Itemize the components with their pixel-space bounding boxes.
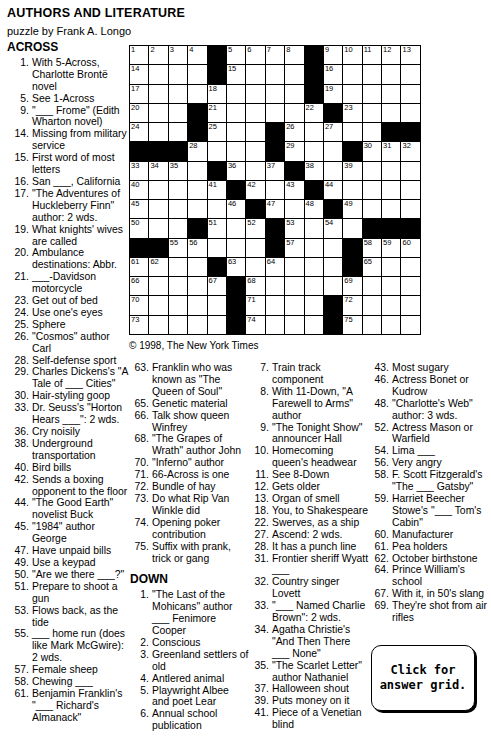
- across-clue-list-1: 1.With 5-Across, Charlotte Brontë novel5…: [7, 57, 128, 724]
- black-cell: [305, 46, 324, 65]
- black-cell: [227, 181, 246, 200]
- clue-number: 8.: [250, 386, 272, 422]
- clue-text: Opening poker contribution: [152, 517, 249, 541]
- clue-number: 9.: [7, 105, 32, 129]
- grid-cell: [401, 296, 420, 315]
- cell-number: 17: [131, 85, 139, 93]
- grid-cell: [266, 104, 285, 123]
- grid-cell: [382, 277, 401, 296]
- clue-text: With 11-Down, "A Farewell to Arms" autho…: [272, 386, 370, 422]
- cell-number: 35: [170, 162, 178, 170]
- black-cell: [324, 200, 343, 219]
- grid-cell: 15: [227, 65, 246, 84]
- clue-text: Swerves, as a ship: [272, 517, 370, 529]
- black-cell: [130, 239, 149, 258]
- clue-number: 65.: [130, 398, 152, 410]
- clue-text: F. Scott Fitzgerald's "The ___ Gatsby": [392, 469, 489, 493]
- grid-cell: 63: [227, 258, 246, 277]
- clue-text: Gets older: [272, 481, 370, 493]
- cell-number: 16: [325, 65, 333, 73]
- grid-cell: 22: [305, 104, 324, 123]
- clue-item: 9."The Tonight Show" announcer Hall: [250, 422, 370, 446]
- grid-cell: 45: [130, 200, 149, 219]
- clue-text: With it, in 50's slang: [392, 588, 489, 600]
- cell-number: 1: [131, 46, 135, 54]
- grid-cell: 51: [208, 219, 227, 238]
- grid-cell: [188, 258, 207, 277]
- across-clues-column-2: 63.Franklin who was known as "The Queen …: [130, 362, 249, 732]
- grid-cell: [401, 104, 420, 123]
- clue-text: Female sheep: [32, 664, 128, 676]
- grid-cell: [169, 277, 188, 296]
- cell-number: 49: [344, 200, 352, 208]
- grid-cell: [401, 162, 420, 181]
- clue-text: Piece of a Venetian blind: [272, 707, 370, 731]
- clue-item: 55.___ home run (does like Mark McGwire)…: [7, 628, 128, 664]
- clue-number: 41.: [250, 707, 272, 731]
- grid-cell: [169, 219, 188, 238]
- clue-item: 40.Bird bills: [7, 462, 128, 474]
- grid-cell: [188, 181, 207, 200]
- cell-number: 75: [344, 316, 352, 324]
- clue-text: Actress Bonet or Kudrow: [392, 374, 489, 398]
- cell-number: 14: [131, 65, 139, 73]
- grid-cell: 75: [343, 316, 362, 335]
- cell-number: 55: [170, 239, 178, 247]
- grid-cell: [149, 277, 168, 296]
- clue-item: 61.Benjamin Franklin's "___ Richard's Al…: [7, 688, 128, 724]
- grid-cell: [149, 296, 168, 315]
- grid-cell: 42: [246, 181, 265, 200]
- cell-number: 22: [306, 104, 314, 112]
- grid-cell: 43: [285, 181, 304, 200]
- clue-number: 22.: [250, 517, 272, 529]
- black-cell: [266, 123, 285, 142]
- grid-cell: 9: [324, 46, 343, 65]
- grid-cell: [227, 142, 246, 161]
- clue-number: 53.: [7, 605, 32, 629]
- clue-text: "1984" author George: [32, 521, 128, 545]
- cell-number: 7: [267, 46, 271, 54]
- clue-text: ___-Davidson motorcycle: [32, 271, 128, 295]
- grid-cell: 37: [266, 162, 285, 181]
- clue-text: Genetic material: [152, 398, 249, 410]
- grid-cell: [363, 85, 382, 104]
- clue-number: 36.: [7, 426, 32, 438]
- grid-cell: 25: [208, 123, 227, 142]
- grid-cell: 61: [130, 258, 149, 277]
- clue-number: 73.: [130, 493, 152, 517]
- grid-cell: 21: [208, 104, 227, 123]
- clue-number: 55.: [7, 628, 32, 664]
- clue-text: Organ of smell: [272, 493, 370, 505]
- grid-cell: 50: [130, 219, 149, 238]
- grid-cell: 20: [130, 104, 149, 123]
- grid-cell: [285, 104, 304, 123]
- cell-number: 27: [325, 123, 333, 131]
- clue-text: Suffix with prank, trick or gang: [152, 541, 249, 565]
- clue-number: 46.: [370, 374, 392, 398]
- black-cell: [266, 239, 285, 258]
- black-cell: [401, 123, 420, 142]
- grid-cell: [382, 85, 401, 104]
- clue-number: 34.: [250, 624, 272, 660]
- black-cell: [246, 200, 265, 219]
- crossword-grid: 1234567891011121314151617181920212223242…: [129, 45, 421, 335]
- down-clue-list-3: 43.Most sugary46.Actress Bonet or Kudrow…: [370, 362, 489, 624]
- clue-number: 58.: [7, 676, 32, 688]
- clue-number: 74.: [130, 517, 152, 541]
- grid-cell: [401, 200, 420, 219]
- clue-item: 29.Charles Dickens's "A Tale of ___ Citi…: [7, 366, 128, 390]
- clue-item: 35."The Scarlet Letter" author Nathaniel: [250, 660, 370, 684]
- clue-number: 71.: [130, 469, 152, 481]
- clue-number: 57.: [7, 664, 32, 676]
- black-cell: [227, 296, 246, 315]
- cell-number: 18: [209, 85, 217, 93]
- cell-number: 8: [286, 46, 290, 54]
- down-clues-column-2: 7.Train track component8.With 11-Down, "…: [250, 362, 370, 731]
- grid-cell: 70: [130, 296, 149, 315]
- clue-number: 35.: [250, 660, 272, 684]
- clue-text: "Are we there ___?": [32, 569, 128, 581]
- clue-item: 53.Flows back, as the tide: [7, 605, 128, 629]
- black-cell: [227, 316, 246, 335]
- clue-text: What knights' wives are called: [32, 224, 128, 248]
- clue-number: 56.: [370, 457, 392, 469]
- black-cell: [208, 258, 227, 277]
- clue-item: 33.Dr. Seuss's "Horton Hears ___": 2 wds…: [7, 402, 128, 426]
- cell-number: 11: [364, 46, 372, 54]
- clue-number: 12.: [250, 481, 272, 493]
- clue-item: 7.Train track component: [250, 362, 370, 386]
- clue-number: 40.: [7, 462, 32, 474]
- grid-cell: 5: [227, 46, 246, 65]
- cell-number: 43: [286, 181, 294, 189]
- grid-cell: 58: [363, 239, 382, 258]
- cell-number: 41: [209, 181, 217, 189]
- clue-number: 66.: [130, 410, 152, 434]
- clue-text: "The Good Earth" novelist Buck: [32, 497, 128, 521]
- clue-item: 25.Sphere: [7, 319, 128, 331]
- black-cell: [343, 258, 362, 277]
- grid-cell: [305, 239, 324, 258]
- grid-cell: [363, 296, 382, 315]
- grid-cell: [382, 258, 401, 277]
- answer-grid-button[interactable]: Click for answer grid.: [371, 645, 475, 711]
- grid-cell: 3: [169, 46, 188, 65]
- black-cell: [305, 65, 324, 84]
- clue-number: 5.: [7, 93, 32, 105]
- grid-cell: [324, 162, 343, 181]
- grid-cell: [169, 200, 188, 219]
- grid-cell: [227, 85, 246, 104]
- clue-number: 16.: [7, 176, 32, 188]
- clue-item: 73.Do what Rip Van Winkle did: [130, 493, 249, 517]
- grid-cell: [305, 142, 324, 161]
- clue-number: 52.: [370, 422, 392, 446]
- clue-item: 56.Very angry: [370, 457, 489, 469]
- cell-number: 47: [267, 200, 275, 208]
- grid-cell: [285, 258, 304, 277]
- clue-text: Playwright Albee and poet Lear: [152, 685, 249, 709]
- clue-number: 23.: [7, 295, 32, 307]
- clue-text: Prince William's school: [392, 564, 489, 588]
- puzzle-byline: puzzle by Frank A. Longo: [7, 25, 131, 37]
- clue-item: 21.___-Davidson motorcycle: [7, 271, 128, 295]
- grid-cell: 62: [149, 258, 168, 277]
- clue-text: ___ home run (does like Mark McGwire): 2…: [32, 628, 128, 664]
- clue-text: Ambulance destinations: Abbr.: [32, 247, 128, 271]
- grid-cell: 68: [246, 277, 265, 296]
- grid-cell: 73: [130, 316, 149, 335]
- grid-cell: 39: [343, 162, 362, 181]
- grid-cell: 52: [246, 219, 265, 238]
- clue-item: 48."Charlotte's Web" author: 3 wds.: [370, 398, 489, 422]
- clue-text: Ascend: 2 wds.: [272, 529, 370, 541]
- grid-cell: 64: [266, 258, 285, 277]
- clue-item: 72.Bundle of hay: [130, 481, 249, 493]
- grid-cell: 53: [285, 219, 304, 238]
- grid-cell: [305, 258, 324, 277]
- grid-cell: 33: [130, 162, 149, 181]
- cell-number: 9: [325, 46, 329, 54]
- grid-cell: [208, 239, 227, 258]
- black-cell: [188, 123, 207, 142]
- cell-number: 59: [383, 239, 391, 247]
- clue-text: Prepare to shoot a gun: [32, 581, 128, 605]
- grid-cell: [382, 296, 401, 315]
- cell-number: 54: [325, 219, 333, 227]
- grid-cell: [401, 85, 420, 104]
- clue-number: 15.: [7, 152, 32, 176]
- clue-text: Use one's eyes: [32, 307, 128, 319]
- clue-text: Chewing ___: [32, 676, 128, 688]
- clue-item: 24.Use one's eyes: [7, 307, 128, 319]
- clue-number: 24.: [7, 307, 32, 319]
- clue-item: 69.They're shot from air rifles: [370, 600, 489, 624]
- grid-cell: [343, 85, 362, 104]
- clue-number: 61.: [370, 541, 392, 553]
- clue-item: 6.Annual school publication: [130, 708, 249, 732]
- clue-item: 1."The Last of the Mohicans" author ___ …: [130, 589, 249, 637]
- clue-item: 14.Missing from military service: [7, 128, 128, 152]
- cell-number: 26: [286, 123, 294, 131]
- grid-cell: [382, 104, 401, 123]
- grid-cell: [401, 277, 420, 296]
- cell-number: 61: [131, 258, 139, 266]
- cell-number: 62: [150, 258, 158, 266]
- clue-item: 44."The Good Earth" novelist Buck: [7, 497, 128, 521]
- cell-number: 70: [131, 296, 139, 304]
- grid-cell: [324, 142, 343, 161]
- cell-number: 20: [131, 104, 139, 112]
- clue-text: You, to Shakespeare: [272, 505, 370, 517]
- grid-cell: 31: [382, 142, 401, 161]
- black-cell: [266, 142, 285, 161]
- clue-item: 64.Prince William's school: [370, 564, 489, 588]
- clue-text: Pea holders: [392, 541, 489, 553]
- black-cell: [208, 162, 227, 181]
- grid-cell: 67: [208, 277, 227, 296]
- clue-item: 23.Get out of bed: [7, 295, 128, 307]
- clue-text: Self-defense sport: [32, 355, 128, 367]
- clue-text: Have unpaid bills: [32, 545, 128, 557]
- cell-number: 42: [247, 181, 255, 189]
- grid-cell: [169, 123, 188, 142]
- clue-item: 11.See 8-Down: [250, 469, 370, 481]
- grid-cell: 41: [208, 181, 227, 200]
- clue-number: 39.: [250, 695, 272, 707]
- cell-number: 4: [189, 46, 193, 54]
- grid-cell: [382, 200, 401, 219]
- grid-cell: [363, 65, 382, 84]
- clue-number: 42.: [7, 474, 32, 498]
- cell-number: 57: [286, 239, 294, 247]
- clue-number: 72.: [130, 481, 152, 493]
- cell-number: 2: [150, 46, 154, 54]
- grid-cell: [266, 181, 285, 200]
- clue-number: 3.: [130, 649, 152, 673]
- clue-text: See 1-Across: [32, 93, 128, 105]
- clue-text: Greenland settlers of old: [152, 649, 249, 673]
- cell-number: 30: [364, 142, 372, 150]
- grid-cell: [324, 239, 343, 258]
- grid-cell: [188, 85, 207, 104]
- clue-text: "Charlotte's Web" author: 3 wds.: [392, 398, 489, 422]
- cell-number: 39: [344, 162, 352, 170]
- grid-cell: [285, 316, 304, 335]
- grid-cell: 44: [324, 181, 343, 200]
- clue-number: 18.: [250, 505, 272, 517]
- clue-number: 44.: [7, 497, 32, 521]
- clue-item: 22.Swerves, as a ship: [250, 517, 370, 529]
- clue-item: 68."The Grapes of Wrath" author John: [130, 433, 249, 457]
- clue-number: 30.: [7, 390, 32, 402]
- grid-cell: [266, 65, 285, 84]
- across-clue-list-2: 63.Franklin who was known as "The Queen …: [130, 362, 249, 564]
- grid-cell: [285, 65, 304, 84]
- cell-number: 46: [228, 200, 236, 208]
- grid-cell: [169, 65, 188, 84]
- grid-cell: 17: [130, 85, 149, 104]
- grid-cell: [266, 277, 285, 296]
- cell-number: 51: [209, 219, 217, 227]
- black-cell: [130, 142, 149, 161]
- clue-text: First word of most letters: [32, 152, 128, 176]
- grid-cell: [324, 258, 343, 277]
- clue-text: Talk show queen Winfrey: [152, 410, 249, 434]
- grid-cell: [285, 296, 304, 315]
- cell-number: 45: [131, 200, 139, 208]
- clue-item: 19.What knights' wives are called: [7, 224, 128, 248]
- clue-item: 43.Most sugary: [370, 362, 489, 374]
- grid-cell: [149, 123, 168, 142]
- grid-cell: [285, 200, 304, 219]
- black-cell: [266, 219, 285, 238]
- clue-number: 64.: [370, 564, 392, 588]
- grid-cell: 66: [130, 277, 149, 296]
- grid-cell: [208, 200, 227, 219]
- across-clues-column-1: ACROSS 1.With 5-Across, Charlotte Brontë…: [7, 42, 128, 724]
- cell-number: 19: [325, 85, 333, 93]
- clue-text: "The Grapes of Wrath" author John: [152, 433, 249, 457]
- cell-number: 56: [189, 239, 197, 247]
- grid-cell: [363, 123, 382, 142]
- clue-text: 66-Across is one: [152, 469, 249, 481]
- clue-text: See 8-Down: [272, 469, 370, 481]
- grid-cell: 16: [324, 65, 343, 84]
- grid-cell: [401, 316, 420, 335]
- clue-item: 34.Agatha Christie's "And Then There ___…: [250, 624, 370, 660]
- grid-cell: 13: [401, 46, 420, 65]
- clue-number: 75.: [130, 541, 152, 565]
- clue-number: 59.: [370, 493, 392, 529]
- clue-number: 1.: [7, 57, 32, 93]
- cell-number: 3: [170, 46, 174, 54]
- clue-number: 31.: [250, 553, 272, 577]
- grid-cell: [363, 200, 382, 219]
- clue-text: It has a punch line: [272, 541, 370, 553]
- grid-cell: 36: [227, 162, 246, 181]
- clue-item: 39.Puts money on it: [250, 695, 370, 707]
- clue-text: October birthstone: [392, 553, 489, 565]
- clue-text: Very angry: [392, 457, 489, 469]
- clue-number: 2.: [130, 637, 152, 649]
- clue-number: 10.: [250, 445, 272, 469]
- grid-cell: [169, 181, 188, 200]
- clue-number: 33.: [250, 600, 272, 624]
- answer-grid-button-line1: Click for: [390, 663, 455, 678]
- black-cell: [305, 85, 324, 104]
- clue-item: 27.Ascend: 2 wds.: [250, 529, 370, 541]
- clue-item: 33."___ Named Charlie Brown": 2 wds.: [250, 600, 370, 624]
- grid-cell: [188, 296, 207, 315]
- grid-cell: [169, 296, 188, 315]
- grid-cell: [149, 65, 168, 84]
- grid-cell: [227, 123, 246, 142]
- grid-cell: 19: [324, 85, 343, 104]
- clue-number: 61.: [7, 688, 32, 724]
- cell-number: 48: [306, 200, 314, 208]
- black-cell: [401, 219, 420, 238]
- grid-cell: [343, 181, 362, 200]
- black-cell: [363, 219, 382, 238]
- cell-number: 74: [247, 316, 255, 324]
- clue-item: 20.Ambulance destinations: Abbr.: [7, 247, 128, 271]
- black-cell: [343, 142, 362, 161]
- grid-cell: 26: [285, 123, 304, 142]
- clue-text: Harriet Beecher Stowe's "___ Tom's Cabin…: [392, 493, 489, 529]
- clue-item: 5.Playwright Albee and poet Lear: [130, 685, 249, 709]
- clue-number: 69.: [370, 600, 392, 624]
- clue-text: "The Adventures of Huckleberry Finn" aut…: [32, 188, 128, 224]
- grid-cell: 35: [169, 162, 188, 181]
- clue-item: 70."Inferno" author: [130, 457, 249, 469]
- grid-cell: [266, 85, 285, 104]
- grid-cell: [285, 277, 304, 296]
- grid-cell: 56: [188, 239, 207, 258]
- clue-text: Do what Rip Van Winkle did: [152, 493, 249, 517]
- clue-item: 46.Actress Bonet or Kudrow: [370, 374, 489, 398]
- clue-text: Missing from military service: [32, 128, 128, 152]
- grid-cell: 32: [401, 142, 420, 161]
- grid-cell: [188, 65, 207, 84]
- grid-cell: 12: [382, 46, 401, 65]
- clue-number: 11.: [250, 469, 272, 481]
- grid-cell: 74: [246, 316, 265, 335]
- cell-number: 44: [325, 181, 333, 189]
